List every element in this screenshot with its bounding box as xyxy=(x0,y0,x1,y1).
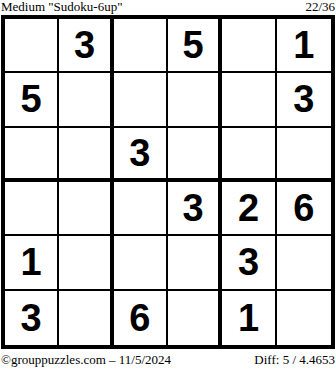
cell-r5c3-empty[interactable] xyxy=(114,236,168,290)
cell-r2c5-empty[interactable] xyxy=(222,73,276,127)
cell-r5c4-empty[interactable] xyxy=(168,236,222,290)
cell-r1c3-empty[interactable] xyxy=(114,19,168,73)
cell-r2c4-empty[interactable] xyxy=(168,73,222,127)
cell-r6c1-given: 3 xyxy=(5,291,59,345)
cell-r2c3-empty[interactable] xyxy=(114,73,168,127)
cell-r3c6-empty[interactable] xyxy=(277,128,331,182)
cell-r3c3-given: 3 xyxy=(114,128,168,182)
cell-r6c6-empty[interactable] xyxy=(277,291,331,345)
copyright-text: ©grouppuzzles.com – 11/5/2024 xyxy=(1,353,171,367)
cell-r2c6-given: 3 xyxy=(277,73,331,127)
empty-cells-counter: 22/36 xyxy=(305,0,335,14)
cell-r6c3-given: 6 xyxy=(114,291,168,345)
cell-r4c5-given: 2 xyxy=(222,182,276,236)
puzzle-page: Medium "Sudoku-6up" 22/36 35153332613361… xyxy=(0,0,336,370)
cell-r6c4-empty[interactable] xyxy=(168,291,222,345)
cell-r5c2-empty[interactable] xyxy=(59,236,113,290)
cell-r5c6-empty[interactable] xyxy=(277,236,331,290)
cell-r5c5-given: 3 xyxy=(222,236,276,290)
cell-r6c2-empty[interactable] xyxy=(59,291,113,345)
cell-r2c2-empty[interactable] xyxy=(59,73,113,127)
cell-r4c3-empty[interactable] xyxy=(114,182,168,236)
cell-r6c5-given: 1 xyxy=(222,291,276,345)
cell-r1c6-given: 1 xyxy=(277,19,331,73)
cell-r3c2-empty[interactable] xyxy=(59,128,113,182)
cell-r4c2-empty[interactable] xyxy=(59,182,113,236)
cell-r1c1-empty[interactable] xyxy=(5,19,59,73)
difficulty-text: Diff: 5 / 4.4653 xyxy=(254,353,335,367)
cell-r3c4-empty[interactable] xyxy=(168,128,222,182)
cell-r4c4-given: 3 xyxy=(168,182,222,236)
cell-r4c1-empty[interactable] xyxy=(5,182,59,236)
header: Medium "Sudoku-6up" 22/36 xyxy=(1,0,335,14)
puzzle-title: Medium "Sudoku-6up" xyxy=(1,0,122,14)
cell-r5c1-given: 1 xyxy=(5,236,59,290)
sudoku-grid: 35153332613361 xyxy=(1,15,335,349)
cell-r1c5-empty[interactable] xyxy=(222,19,276,73)
cell-r3c1-empty[interactable] xyxy=(5,128,59,182)
cell-r2c1-given: 5 xyxy=(5,73,59,127)
cell-r4c6-given: 6 xyxy=(277,182,331,236)
cell-r1c4-given: 5 xyxy=(168,19,222,73)
cell-r1c2-given: 3 xyxy=(59,19,113,73)
cell-r3c5-empty[interactable] xyxy=(222,128,276,182)
footer: ©grouppuzzles.com – 11/5/2024 Diff: 5 / … xyxy=(1,353,335,367)
